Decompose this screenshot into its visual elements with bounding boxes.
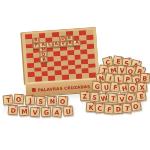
loose-tile[interactable]: V4 (30, 107, 41, 118)
tile-letter: U (103, 84, 109, 91)
tile-value: 3 (114, 64, 116, 67)
tile-value: 1 (128, 57, 130, 60)
tile-value: 1 (139, 61, 142, 64)
board-tile[interactable]: A (73, 39, 81, 45)
tile-value: 1 (65, 96, 67, 99)
game-box: BDEPALAVRAMOR PALAVRAS CRUZADAS (22, 27, 100, 96)
tile-letter: N (49, 98, 55, 105)
tile-letter: R (68, 41, 72, 46)
tile-letter: V (119, 96, 124, 103)
loose-tile[interactable]: M3 (19, 106, 30, 117)
tile-value: 2 (15, 105, 17, 108)
loose-tile[interactable]: G4 (41, 107, 52, 118)
tile-letter: A (75, 40, 79, 45)
tile-value: 5 (32, 95, 34, 98)
loose-tile[interactable]: D2 (8, 105, 19, 116)
tile-value: 1 (70, 106, 72, 109)
tile-value: 1 (21, 94, 23, 97)
tile-letter: G (43, 109, 49, 116)
brand-logo-icon (32, 88, 36, 92)
loose-tile[interactable]: J5 (25, 95, 36, 106)
board: BDEPALAVRAMOR (25, 30, 96, 83)
stage: BDEPALAVRAMOR PALAVRAS CRUZADAS T1O1J5S1… (0, 0, 150, 150)
tile-letter: Z (82, 93, 87, 100)
tile-letter: J (29, 97, 32, 103)
tile-value: 1 (59, 107, 61, 110)
tile-letter: C (97, 105, 102, 112)
tile-letter: V (61, 41, 65, 46)
tile-value: 8 (144, 82, 146, 85)
loose-tile[interactable]: N3 (47, 96, 58, 107)
tile-letter: O (133, 102, 139, 109)
tile-value: 1 (142, 90, 144, 93)
tile-value: 1 (10, 95, 12, 98)
loose-tile[interactable]: O1 (130, 100, 142, 112)
tile-letter: R (42, 57, 46, 62)
tile-letter: A (54, 42, 58, 47)
tile-value: 1 (137, 100, 139, 103)
loose-tile[interactable]: A1 (52, 107, 63, 118)
box-top-frame: BDEPALAVRAMOR (22, 27, 99, 84)
tile-letter: E (138, 93, 143, 100)
tile-letter: T (6, 97, 11, 104)
tile-letter: M (21, 108, 28, 115)
tile-letter: D (115, 106, 121, 113)
tile-letter: U (65, 108, 71, 115)
loose-tile[interactable]: O1 (14, 94, 25, 105)
tile-value: 4 (48, 107, 50, 110)
tile-value: 3 (26, 106, 28, 109)
tile-value: 1 (43, 96, 45, 99)
tile-value: 8 (87, 91, 89, 94)
tile-letter: L (48, 42, 51, 47)
tile-letter: P (34, 43, 38, 48)
loose-tile[interactable]: S1 (36, 96, 47, 107)
tile-value: 3 (54, 96, 56, 99)
tile-letter: H (121, 84, 127, 91)
tile-value: 1 (143, 67, 146, 70)
tile-value: 4 (125, 82, 127, 85)
tile-value: 3 (102, 72, 104, 75)
tile-value: 4 (37, 107, 39, 110)
loose-tile[interactable]: U1 (63, 106, 74, 117)
loose-tile[interactable]: O1 (58, 96, 69, 107)
tile-value: 3 (109, 56, 112, 59)
tile-value: 3 (147, 73, 149, 76)
board-tile[interactable]: R (40, 56, 48, 62)
